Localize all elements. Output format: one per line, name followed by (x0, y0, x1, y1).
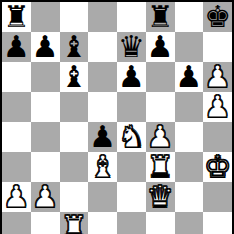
piece-black-pawn: ♟ (175, 62, 202, 92)
square-h5[interactable]: ♟ (203, 92, 232, 122)
square-b1[interactable] (31, 212, 60, 234)
square-e1[interactable] (117, 212, 146, 234)
square-a2[interactable]: ♟ (2, 182, 31, 212)
square-e7[interactable]: ♛ (117, 32, 146, 62)
square-c8[interactable] (60, 2, 89, 32)
piece-black-bishop: ♝ (60, 32, 87, 62)
square-h6[interactable]: ♟ (203, 62, 232, 92)
square-g7[interactable] (175, 32, 204, 62)
square-f4[interactable]: ♟ (146, 122, 175, 152)
chess-board: ♜♜♚♟♟♝♛♟♝♟♟♟♟♟♞♟♝♜♚♟♟♛♜ (0, 0, 234, 234)
piece-white-pawn: ♟ (204, 62, 231, 92)
piece-white-queen: ♛ (147, 182, 174, 212)
square-d8[interactable] (88, 2, 117, 32)
square-h2[interactable] (203, 182, 232, 212)
square-e5[interactable] (117, 92, 146, 122)
square-c3[interactable] (60, 152, 89, 182)
square-d4[interactable]: ♟ (88, 122, 117, 152)
square-h7[interactable] (203, 32, 232, 62)
piece-white-pawn: ♟ (3, 182, 30, 212)
piece-white-pawn: ♟ (32, 182, 59, 212)
square-g8[interactable] (175, 2, 204, 32)
square-f5[interactable] (146, 92, 175, 122)
piece-white-pawn: ♟ (204, 92, 231, 122)
piece-white-bishop: ♝ (89, 152, 116, 182)
square-c6[interactable]: ♝ (60, 62, 89, 92)
square-e3[interactable] (117, 152, 146, 182)
piece-black-rook: ♜ (147, 2, 174, 32)
square-b2[interactable]: ♟ (31, 182, 60, 212)
square-c5[interactable] (60, 92, 89, 122)
piece-white-knight: ♞ (118, 122, 145, 152)
square-g4[interactable] (175, 122, 204, 152)
square-f7[interactable]: ♟ (146, 32, 175, 62)
square-g5[interactable] (175, 92, 204, 122)
piece-white-rook: ♜ (147, 152, 174, 182)
square-a3[interactable] (2, 152, 31, 182)
square-f6[interactable] (146, 62, 175, 92)
square-d7[interactable] (88, 32, 117, 62)
square-f8[interactable]: ♜ (146, 2, 175, 32)
square-e8[interactable] (117, 2, 146, 32)
square-e6[interactable]: ♟ (117, 62, 146, 92)
square-b7[interactable]: ♟ (31, 32, 60, 62)
square-h3[interactable]: ♚ (203, 152, 232, 182)
square-c2[interactable] (60, 182, 89, 212)
piece-white-pawn: ♟ (147, 122, 174, 152)
square-c1[interactable]: ♜ (60, 212, 89, 234)
square-a4[interactable] (2, 122, 31, 152)
square-b5[interactable] (31, 92, 60, 122)
piece-black-rook: ♜ (3, 2, 30, 32)
square-f2[interactable]: ♛ (146, 182, 175, 212)
square-a7[interactable]: ♟ (2, 32, 31, 62)
piece-black-pawn: ♟ (3, 32, 30, 62)
square-g1[interactable] (175, 212, 204, 234)
piece-black-pawn: ♟ (147, 32, 174, 62)
square-d6[interactable] (88, 62, 117, 92)
piece-black-pawn: ♟ (32, 32, 59, 62)
square-b4[interactable] (31, 122, 60, 152)
square-f1[interactable] (146, 212, 175, 234)
square-h8[interactable]: ♚ (203, 2, 232, 32)
square-e2[interactable] (117, 182, 146, 212)
square-b3[interactable] (31, 152, 60, 182)
piece-black-bishop: ♝ (60, 62, 87, 92)
square-d3[interactable]: ♝ (88, 152, 117, 182)
piece-black-king: ♚ (204, 2, 231, 32)
square-a5[interactable] (2, 92, 31, 122)
square-d2[interactable] (88, 182, 117, 212)
square-g6[interactable]: ♟ (175, 62, 204, 92)
square-d1[interactable] (88, 212, 117, 234)
piece-black-queen: ♛ (118, 32, 145, 62)
piece-black-pawn: ♟ (89, 122, 116, 152)
square-g2[interactable] (175, 182, 204, 212)
square-a1[interactable] (2, 212, 31, 234)
square-b6[interactable] (31, 62, 60, 92)
square-f3[interactable]: ♜ (146, 152, 175, 182)
square-c7[interactable]: ♝ (60, 32, 89, 62)
piece-white-rook: ♜ (60, 212, 87, 234)
square-a8[interactable]: ♜ (2, 2, 31, 32)
square-d5[interactable] (88, 92, 117, 122)
square-a6[interactable] (2, 62, 31, 92)
square-b8[interactable] (31, 2, 60, 32)
square-c4[interactable] (60, 122, 89, 152)
square-g3[interactable] (175, 152, 204, 182)
piece-white-king: ♚ (204, 152, 231, 182)
square-h4[interactable] (203, 122, 232, 152)
square-e4[interactable]: ♞ (117, 122, 146, 152)
square-h1[interactable] (203, 212, 232, 234)
piece-black-pawn: ♟ (118, 62, 145, 92)
